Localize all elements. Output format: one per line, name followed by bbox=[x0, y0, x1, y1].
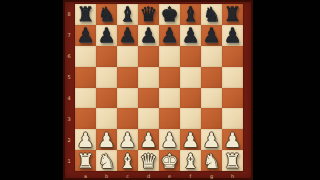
square-h1[interactable]: ♜ bbox=[222, 150, 243, 171]
chess-board: ♜♞♝♛♚♝♞♜♟♟♟♟♟♟♟♟♟♟♟♟♟♟♟♟♜♞♝♛♚♝♞♜ bbox=[75, 4, 243, 171]
square-d2[interactable]: ♟ bbox=[138, 129, 159, 150]
square-g7[interactable]: ♟ bbox=[201, 25, 222, 46]
square-a1[interactable]: ♜ bbox=[75, 150, 96, 171]
square-h3[interactable] bbox=[222, 108, 243, 129]
piece-white-pawn[interactable]: ♟ bbox=[119, 130, 137, 150]
square-f5[interactable] bbox=[180, 67, 201, 88]
file-label-f: f bbox=[180, 171, 201, 180]
square-f1[interactable]: ♝ bbox=[180, 150, 201, 171]
piece-black-bishop[interactable]: ♝ bbox=[119, 4, 137, 24]
square-f4[interactable] bbox=[180, 88, 201, 109]
square-b3[interactable] bbox=[96, 108, 117, 129]
rank-label-7: 7 bbox=[63, 25, 75, 46]
piece-black-knight[interactable]: ♞ bbox=[203, 4, 221, 24]
square-b4[interactable] bbox=[96, 88, 117, 109]
file-label-h: h bbox=[222, 171, 243, 180]
chess-board-frame: 87654321 ♜♞♝♛♚♝♞♜♟♟♟♟♟♟♟♟♟♟♟♟♟♟♟♟♜♞♝♛♚♝♞… bbox=[63, 0, 253, 180]
square-c7[interactable]: ♟ bbox=[117, 25, 138, 46]
piece-white-pawn[interactable]: ♟ bbox=[182, 130, 200, 150]
piece-black-pawn[interactable]: ♟ bbox=[182, 25, 200, 45]
rank-label-6: 6 bbox=[63, 46, 75, 67]
rank-label-3: 3 bbox=[63, 108, 75, 129]
square-a2[interactable]: ♟ bbox=[75, 129, 96, 150]
square-c1[interactable]: ♝ bbox=[117, 150, 138, 171]
piece-black-rook[interactable]: ♜ bbox=[77, 4, 95, 24]
piece-black-queen[interactable]: ♛ bbox=[140, 4, 158, 24]
piece-white-pawn[interactable]: ♟ bbox=[224, 130, 242, 150]
piece-white-pawn[interactable]: ♟ bbox=[203, 130, 221, 150]
square-e6[interactable] bbox=[159, 46, 180, 67]
square-b1[interactable]: ♞ bbox=[96, 150, 117, 171]
square-b8[interactable]: ♞ bbox=[96, 4, 117, 25]
piece-black-pawn[interactable]: ♟ bbox=[77, 25, 95, 45]
left-black-bar bbox=[0, 0, 63, 180]
square-g4[interactable] bbox=[201, 88, 222, 109]
file-label-b: b bbox=[96, 171, 117, 180]
square-h7[interactable]: ♟ bbox=[222, 25, 243, 46]
piece-black-bishop[interactable]: ♝ bbox=[182, 4, 200, 24]
piece-white-pawn[interactable]: ♟ bbox=[140, 130, 158, 150]
square-d7[interactable]: ♟ bbox=[138, 25, 159, 46]
piece-black-knight[interactable]: ♞ bbox=[98, 4, 116, 24]
piece-black-pawn[interactable]: ♟ bbox=[161, 25, 179, 45]
piece-black-pawn[interactable]: ♟ bbox=[119, 25, 137, 45]
square-a3[interactable] bbox=[75, 108, 96, 129]
square-e8[interactable]: ♚ bbox=[159, 4, 180, 25]
square-g8[interactable]: ♞ bbox=[201, 4, 222, 25]
rank-label-4: 4 bbox=[63, 88, 75, 109]
square-f3[interactable] bbox=[180, 108, 201, 129]
square-h2[interactable]: ♟ bbox=[222, 129, 243, 150]
rank-labels: 87654321 bbox=[63, 4, 75, 171]
piece-white-queen[interactable]: ♛ bbox=[140, 151, 158, 171]
rank-label-8: 8 bbox=[63, 4, 75, 25]
square-e5[interactable] bbox=[159, 67, 180, 88]
piece-black-pawn[interactable]: ♟ bbox=[224, 25, 242, 45]
piece-white-knight[interactable]: ♞ bbox=[98, 151, 116, 171]
piece-black-pawn[interactable]: ♟ bbox=[140, 25, 158, 45]
piece-white-rook[interactable]: ♜ bbox=[224, 151, 242, 171]
square-c8[interactable]: ♝ bbox=[117, 4, 138, 25]
rank-label-1: 1 bbox=[63, 150, 75, 171]
square-h8[interactable]: ♜ bbox=[222, 4, 243, 25]
piece-white-king[interactable]: ♚ bbox=[161, 151, 179, 171]
file-label-d: d bbox=[138, 171, 159, 180]
piece-black-pawn[interactable]: ♟ bbox=[203, 25, 221, 45]
square-b7[interactable]: ♟ bbox=[96, 25, 117, 46]
square-b6[interactable] bbox=[96, 46, 117, 67]
square-b2[interactable]: ♟ bbox=[96, 129, 117, 150]
file-label-e: e bbox=[159, 171, 180, 180]
rank-label-2: 2 bbox=[63, 129, 75, 150]
piece-white-knight[interactable]: ♞ bbox=[203, 151, 221, 171]
piece-black-king[interactable]: ♚ bbox=[161, 4, 179, 24]
square-f7[interactable]: ♟ bbox=[180, 25, 201, 46]
square-h5[interactable] bbox=[222, 67, 243, 88]
file-label-c: c bbox=[117, 171, 138, 180]
square-c4[interactable] bbox=[117, 88, 138, 109]
square-e2[interactable]: ♟ bbox=[159, 129, 180, 150]
square-f8[interactable]: ♝ bbox=[180, 4, 201, 25]
square-d1[interactable]: ♛ bbox=[138, 150, 159, 171]
piece-black-rook[interactable]: ♜ bbox=[224, 4, 242, 24]
rank-label-5: 5 bbox=[63, 67, 75, 88]
piece-white-pawn[interactable]: ♟ bbox=[98, 130, 116, 150]
square-g5[interactable] bbox=[201, 67, 222, 88]
piece-white-pawn[interactable]: ♟ bbox=[77, 130, 95, 150]
square-h4[interactable] bbox=[222, 88, 243, 109]
square-b5[interactable] bbox=[96, 67, 117, 88]
square-f2[interactable]: ♟ bbox=[180, 129, 201, 150]
file-label-a: a bbox=[75, 171, 96, 180]
right-black-bar bbox=[253, 0, 320, 180]
square-c6[interactable] bbox=[117, 46, 138, 67]
square-g1[interactable]: ♞ bbox=[201, 150, 222, 171]
piece-white-bishop[interactable]: ♝ bbox=[182, 151, 200, 171]
square-e4[interactable] bbox=[159, 88, 180, 109]
square-a5[interactable] bbox=[75, 67, 96, 88]
square-d3[interactable] bbox=[138, 108, 159, 129]
square-a6[interactable] bbox=[75, 46, 96, 67]
square-d6[interactable] bbox=[138, 46, 159, 67]
square-d5[interactable] bbox=[138, 67, 159, 88]
square-h6[interactable] bbox=[222, 46, 243, 67]
piece-black-pawn[interactable]: ♟ bbox=[98, 25, 116, 45]
square-g3[interactable] bbox=[201, 108, 222, 129]
piece-white-bishop[interactable]: ♝ bbox=[119, 151, 137, 171]
square-c3[interactable] bbox=[117, 108, 138, 129]
square-e3[interactable] bbox=[159, 108, 180, 129]
piece-white-rook[interactable]: ♜ bbox=[77, 151, 95, 171]
square-g2[interactable]: ♟ bbox=[201, 129, 222, 150]
square-d8[interactable]: ♛ bbox=[138, 4, 159, 25]
piece-white-pawn[interactable]: ♟ bbox=[161, 130, 179, 150]
square-c2[interactable]: ♟ bbox=[117, 129, 138, 150]
file-label-g: g bbox=[201, 171, 222, 180]
square-f6[interactable] bbox=[180, 46, 201, 67]
file-labels: abcdefgh bbox=[75, 171, 243, 180]
square-a7[interactable]: ♟ bbox=[75, 25, 96, 46]
square-a8[interactable]: ♜ bbox=[75, 4, 96, 25]
square-e7[interactable]: ♟ bbox=[159, 25, 180, 46]
square-c5[interactable] bbox=[117, 67, 138, 88]
square-g6[interactable] bbox=[201, 46, 222, 67]
square-d4[interactable] bbox=[138, 88, 159, 109]
square-a4[interactable] bbox=[75, 88, 96, 109]
square-e1[interactable]: ♚ bbox=[159, 150, 180, 171]
